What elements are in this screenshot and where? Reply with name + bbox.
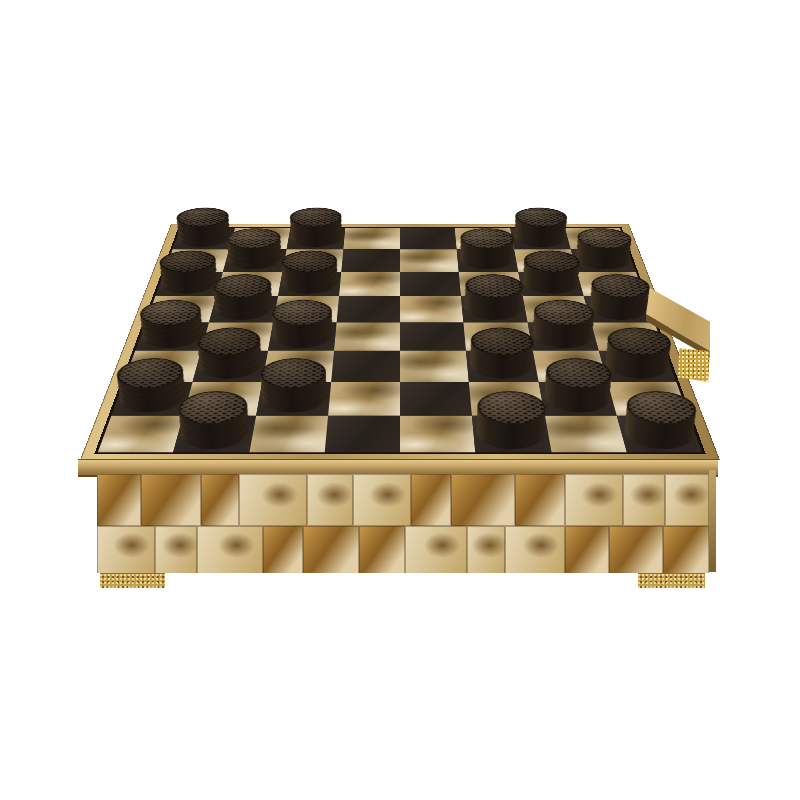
checker-piece-left-6[interactable] [212,297,275,321]
horn-tile [609,526,663,573]
base-corner-brass-strip [709,470,716,572]
horn-tile [155,526,197,573]
square-f5[interactable] [461,296,527,322]
horn-tile [97,474,141,526]
box-base [97,474,709,573]
horn-tile [353,474,411,526]
square-g2[interactable] [538,382,616,416]
square-d4[interactable] [334,323,400,351]
checker-piece-left-4[interactable] [158,273,220,295]
square-b7[interactable] [223,249,286,272]
checker-piece-left-11[interactable] [259,383,328,414]
horn-tile [467,526,505,573]
square-e5[interactable] [400,296,464,322]
checker-piece-left-2[interactable] [289,229,343,248]
horn-tile [515,474,565,526]
horn-tile [505,526,565,573]
square-g6[interactable] [518,272,584,296]
square-c8[interactable] [286,228,345,249]
checker-piece-right-5[interactable] [464,297,525,321]
square-a1[interactable] [98,416,184,453]
horn-tile [307,474,353,526]
horn-tile [565,526,609,573]
checker-piece-right-3[interactable] [573,250,633,271]
horn-tile [141,474,201,526]
square-d3[interactable] [331,351,400,382]
square-e3[interactable] [400,351,469,382]
photo-caption: Product photo of a decorative checkers s… [0,0,1,1]
checker-piece-left-5[interactable] [280,273,338,295]
square-e2[interactable] [400,382,472,416]
square-d7[interactable] [341,249,400,272]
horn-tile [665,474,709,526]
horn-tile [405,526,467,573]
checkers-board-lid [80,224,720,460]
product-photo-scene: Product photo of a decorative checkers s… [0,0,800,800]
mosaic-row [97,526,709,573]
square-c1[interactable] [249,416,328,453]
square-g4[interactable] [527,323,598,351]
square-d1[interactable] [324,416,400,453]
horn-tile [623,474,665,526]
square-e6[interactable] [400,272,461,296]
horn-tile [411,474,451,526]
board-stage [80,0,720,460]
square-f7[interactable] [457,249,518,272]
horn-tile [663,526,709,573]
checker-piece-right-4[interactable] [520,273,580,295]
checker-piece-left-1[interactable] [175,229,233,248]
checker-piece-right-7[interactable] [530,324,596,350]
horn-tile [451,474,515,526]
square-b5[interactable] [209,296,277,322]
square-d6[interactable] [339,272,400,296]
horn-mosaic-front [97,474,709,573]
checker-piece-right-12[interactable] [620,417,699,451]
checker-piece-left-3[interactable] [226,250,284,271]
horn-tile [239,474,307,526]
checker-piece-right-10[interactable] [541,383,613,414]
horn-tile [197,526,263,573]
checker-piece-right-11[interactable] [475,417,547,451]
square-g8[interactable] [510,228,571,249]
checker-piece-right-1[interactable] [512,229,568,248]
horn-tile [303,526,359,573]
square-e7[interactable] [400,249,459,272]
square-h5[interactable] [584,296,655,322]
square-d2[interactable] [328,382,400,416]
square-e1[interactable] [400,416,476,453]
square-g1[interactable] [544,416,626,453]
brass-side-handle [646,288,710,382]
square-f1[interactable] [472,416,551,453]
brass-foot-left [100,573,165,588]
checker-piece-left-12[interactable] [177,417,253,451]
horn-tile [565,474,623,526]
checker-piece-right-8[interactable] [469,352,535,380]
checker-piece-left-7[interactable] [138,324,206,350]
square-d8[interactable] [343,228,400,249]
horn-tile [263,526,303,573]
checker-piece-left-9[interactable] [196,352,265,380]
checker-piece-left-8[interactable] [270,324,333,350]
mosaic-row [97,474,709,526]
horn-tile [97,526,155,573]
square-c6[interactable] [278,272,341,296]
checkers-board [94,227,705,454]
square-h1[interactable] [616,416,702,453]
square-h7[interactable] [571,249,636,272]
checker-piece-right-6[interactable] [586,297,651,321]
brass-foot-right [638,573,705,588]
square-e8[interactable] [400,228,457,249]
square-c4[interactable] [268,323,337,351]
square-f3[interactable] [466,351,538,382]
horn-tile [201,474,239,526]
square-b3[interactable] [193,351,268,382]
square-c2[interactable] [256,382,331,416]
horn-tile [359,526,405,573]
square-d5[interactable] [336,296,400,322]
square-b1[interactable] [173,416,255,453]
checker-piece-right-2[interactable] [459,250,515,271]
square-e4[interactable] [400,323,466,351]
